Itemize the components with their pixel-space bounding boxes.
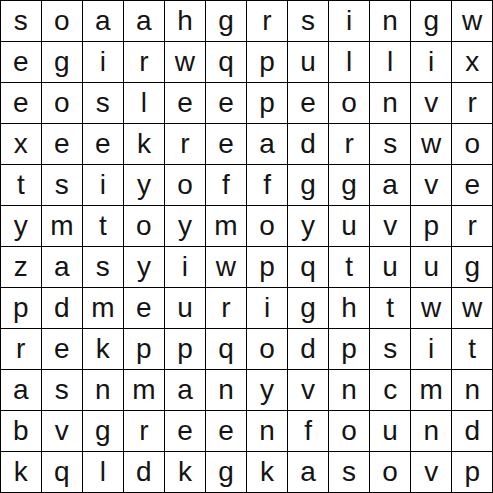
grid-cell[interactable]: k: [1, 452, 41, 492]
grid-cell[interactable]: i: [165, 247, 205, 287]
grid-cell[interactable]: v: [411, 452, 451, 492]
grid-cell[interactable]: i: [411, 329, 451, 369]
grid-cell[interactable]: c: [370, 370, 410, 410]
grid-cell[interactable]: a: [370, 165, 410, 205]
grid-cell[interactable]: d: [42, 288, 82, 328]
grid-cell[interactable]: l: [329, 42, 369, 82]
grid-cell[interactable]: e: [165, 411, 205, 451]
grid-cell[interactable]: r: [452, 83, 492, 123]
grid-cell[interactable]: q: [206, 329, 246, 369]
grid-cell[interactable]: r: [206, 288, 246, 328]
grid-cell[interactable]: n: [206, 370, 246, 410]
word-search-page: soaahgrsingwegirwqpullixeosleepeonvrxeek…: [0, 0, 493, 493]
grid-cell[interactable]: p: [247, 247, 287, 287]
grid-cell[interactable]: p: [411, 206, 451, 246]
grid-cell[interactable]: l: [370, 42, 410, 82]
grid-cell[interactable]: i: [83, 42, 123, 82]
grid-cell[interactable]: m: [206, 206, 246, 246]
grid-cell[interactable]: a: [288, 452, 328, 492]
grid-cell[interactable]: s: [288, 1, 328, 41]
grid-cell[interactable]: i: [83, 165, 123, 205]
grid-cell[interactable]: s: [83, 83, 123, 123]
word-search-board: soaahgrsingwegirwqpullixeosleepeonvrxeek…: [0, 0, 493, 493]
grid-cell[interactable]: s: [42, 370, 82, 410]
grid-cell[interactable]: o: [124, 206, 164, 246]
grid-cell[interactable]: s: [370, 329, 410, 369]
grid-cell[interactable]: p: [247, 42, 287, 82]
grid-cell[interactable]: v: [288, 370, 328, 410]
grid-cell[interactable]: f: [206, 165, 246, 205]
grid-cell[interactable]: a: [42, 247, 82, 287]
grid-cell[interactable]: d: [288, 124, 328, 164]
grid-cell[interactable]: g: [288, 165, 328, 205]
grid-cell[interactable]: f: [288, 411, 328, 451]
grid-cell[interactable]: t: [370, 288, 410, 328]
grid-cell[interactable]: t: [1, 165, 41, 205]
grid-cell[interactable]: s: [329, 452, 369, 492]
grid-cell[interactable]: a: [165, 370, 205, 410]
grid-cell[interactable]: r: [1, 329, 41, 369]
grid-cell[interactable]: e: [42, 329, 82, 369]
grid-cell[interactable]: x: [1, 124, 41, 164]
grid-cell[interactable]: a: [247, 124, 287, 164]
grid-cell[interactable]: u: [165, 288, 205, 328]
grid-cell[interactable]: n: [411, 411, 451, 451]
grid-cell[interactable]: g: [288, 288, 328, 328]
grid-cell[interactable]: u: [370, 247, 410, 287]
grid-cell[interactable]: s: [370, 124, 410, 164]
grid-cell[interactable]: o: [247, 206, 287, 246]
grid-cell[interactable]: o: [165, 165, 205, 205]
grid-cell[interactable]: p: [452, 452, 492, 492]
grid-cell[interactable]: w: [165, 42, 205, 82]
grid-cell[interactable]: h: [329, 288, 369, 328]
grid-cell[interactable]: q: [206, 42, 246, 82]
grid-cell[interactable]: k: [83, 329, 123, 369]
grid-cell[interactable]: e: [83, 124, 123, 164]
grid-cell[interactable]: m: [42, 206, 82, 246]
grid-cell[interactable]: p: [1, 288, 41, 328]
grid-cell[interactable]: h: [165, 1, 205, 41]
grid-cell[interactable]: w: [452, 288, 492, 328]
grid-cell[interactable]: a: [1, 370, 41, 410]
grid-cell[interactable]: p: [329, 329, 369, 369]
grid-cell[interactable]: n: [83, 370, 123, 410]
grid-cell[interactable]: s: [42, 165, 82, 205]
grid-cell[interactable]: t: [83, 206, 123, 246]
grid-cell[interactable]: x: [452, 42, 492, 82]
grid-cell[interactable]: y: [247, 370, 287, 410]
grid-cell[interactable]: g: [452, 247, 492, 287]
grid-cell[interactable]: e: [206, 83, 246, 123]
grid-cell[interactable]: y: [1, 206, 41, 246]
grid-cell[interactable]: y: [288, 206, 328, 246]
grid-cell[interactable]: e: [124, 288, 164, 328]
grid-cell[interactable]: q: [288, 247, 328, 287]
grid-cell[interactable]: r: [124, 42, 164, 82]
grid-cell[interactable]: r: [452, 206, 492, 246]
grid-cell[interactable]: k: [165, 452, 205, 492]
grid-cell[interactable]: v: [370, 206, 410, 246]
grid-cell[interactable]: v: [42, 411, 82, 451]
grid-cell[interactable]: d: [124, 452, 164, 492]
grid-cell[interactable]: g: [83, 411, 123, 451]
grid-cell[interactable]: p: [247, 83, 287, 123]
grid-cell[interactable]: o: [247, 329, 287, 369]
grid-cell[interactable]: l: [83, 452, 123, 492]
grid-cell[interactable]: d: [452, 411, 492, 451]
grid-cell[interactable]: m: [124, 370, 164, 410]
grid-cell[interactable]: e: [1, 83, 41, 123]
grid-cell[interactable]: w: [411, 124, 451, 164]
grid-cell[interactable]: u: [288, 42, 328, 82]
grid-cell[interactable]: v: [411, 83, 451, 123]
grid-cell[interactable]: n: [370, 83, 410, 123]
grid-cell[interactable]: o: [42, 1, 82, 41]
grid-cell[interactable]: i: [247, 288, 287, 328]
grid-cell[interactable]: z: [1, 247, 41, 287]
grid-cell[interactable]: q: [42, 452, 82, 492]
grid-cell[interactable]: g: [411, 1, 451, 41]
grid-cell[interactable]: a: [83, 1, 123, 41]
grid-cell[interactable]: m: [83, 288, 123, 328]
grid-cell[interactable]: b: [1, 411, 41, 451]
grid-cell[interactable]: f: [247, 165, 287, 205]
grid-cell[interactable]: p: [165, 329, 205, 369]
grid-cell[interactable]: r: [124, 411, 164, 451]
grid-cell[interactable]: o: [329, 411, 369, 451]
grid-cell[interactable]: n: [247, 411, 287, 451]
grid-cell[interactable]: s: [1, 1, 41, 41]
grid-cell[interactable]: o: [370, 452, 410, 492]
grid-cell[interactable]: v: [411, 165, 451, 205]
grid-cell[interactable]: i: [329, 1, 369, 41]
grid-cell[interactable]: n: [329, 370, 369, 410]
grid-cell[interactable]: t: [329, 247, 369, 287]
grid-cell[interactable]: k: [124, 124, 164, 164]
grid-cell[interactable]: t: [452, 329, 492, 369]
grid-cell[interactable]: o: [42, 83, 82, 123]
grid-cell[interactable]: l: [124, 83, 164, 123]
grid-cell[interactable]: w: [452, 1, 492, 41]
grid-cell[interactable]: u: [370, 411, 410, 451]
grid-cell[interactable]: a: [124, 1, 164, 41]
grid-cell[interactable]: g: [42, 42, 82, 82]
grid-cell[interactable]: e: [206, 411, 246, 451]
grid-cell[interactable]: w: [411, 288, 451, 328]
grid-cell[interactable]: e: [42, 124, 82, 164]
grid-cell[interactable]: r: [329, 124, 369, 164]
grid-cell[interactable]: y: [124, 247, 164, 287]
grid-cell[interactable]: r: [165, 124, 205, 164]
grid-cell[interactable]: e: [206, 124, 246, 164]
grid-cell[interactable]: d: [288, 329, 328, 369]
grid-cell[interactable]: p: [124, 329, 164, 369]
grid-cell[interactable]: o: [452, 124, 492, 164]
grid-cell[interactable]: u: [329, 206, 369, 246]
grid-cell[interactable]: m: [411, 370, 451, 410]
grid-cell[interactable]: w: [206, 247, 246, 287]
grid-cell[interactable]: i: [411, 42, 451, 82]
grid-cell[interactable]: g: [206, 1, 246, 41]
grid-cell[interactable]: e: [452, 165, 492, 205]
grid-cell[interactable]: u: [411, 247, 451, 287]
grid-cell[interactable]: y: [165, 206, 205, 246]
grid-cell[interactable]: n: [452, 370, 492, 410]
grid-cell[interactable]: g: [206, 452, 246, 492]
grid-cell[interactable]: e: [288, 83, 328, 123]
grid-cell[interactable]: s: [83, 247, 123, 287]
grid-cell[interactable]: e: [165, 83, 205, 123]
grid-cell[interactable]: e: [1, 42, 41, 82]
grid-cell[interactable]: r: [247, 1, 287, 41]
grid-cell[interactable]: o: [329, 83, 369, 123]
grid-cell[interactable]: y: [124, 165, 164, 205]
grid-cell[interactable]: g: [329, 165, 369, 205]
grid-cell[interactable]: n: [370, 1, 410, 41]
grid-cell[interactable]: k: [247, 452, 287, 492]
